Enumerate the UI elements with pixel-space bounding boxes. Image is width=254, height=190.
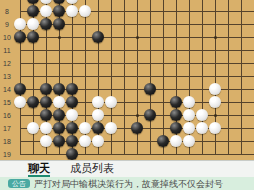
tab-chat[interactable]: 聊天 bbox=[28, 161, 50, 177]
black-stone bbox=[14, 31, 26, 43]
row-coordinate-label: 16 bbox=[0, 112, 14, 119]
announcement-badge: 公告 bbox=[8, 179, 30, 188]
star-point bbox=[214, 114, 217, 117]
row-coordinate-label: 13 bbox=[0, 73, 14, 80]
white-stone bbox=[105, 122, 117, 134]
black-stone bbox=[144, 109, 156, 121]
white-stone bbox=[79, 5, 91, 17]
black-stone bbox=[53, 122, 65, 134]
black-stone bbox=[27, 5, 39, 17]
black-stone bbox=[40, 109, 52, 121]
white-stone bbox=[40, 0, 52, 4]
white-stone bbox=[92, 135, 104, 147]
announcement-bar[interactable]: 公告 严打对局中输棋决策行为，故意掉线不仅会封号 bbox=[0, 177, 254, 190]
white-stone bbox=[196, 109, 208, 121]
row-coordinate-label: 17 bbox=[0, 125, 14, 132]
row-coordinate-label: 9 bbox=[0, 21, 14, 28]
black-stone bbox=[144, 83, 156, 95]
grid-line-horizontal bbox=[20, 154, 254, 155]
grid-line-horizontal bbox=[20, 50, 254, 51]
white-stone bbox=[27, 18, 39, 30]
white-stone bbox=[40, 5, 52, 17]
grid-line-horizontal bbox=[20, 76, 254, 77]
white-stone bbox=[183, 135, 195, 147]
white-stone bbox=[53, 96, 65, 108]
black-stone bbox=[66, 122, 78, 134]
star-point bbox=[136, 36, 139, 39]
star-point bbox=[136, 114, 139, 117]
white-stone bbox=[92, 109, 104, 121]
white-stone bbox=[196, 122, 208, 134]
tab-member-list-label: 成员列表 bbox=[70, 161, 114, 176]
go-board[interactable]: 8910111213141516171819 bbox=[0, 0, 254, 160]
row-coordinate-label: 12 bbox=[0, 60, 14, 67]
grid-line-horizontal bbox=[20, 63, 254, 64]
black-stone bbox=[53, 5, 65, 17]
white-stone bbox=[40, 135, 52, 147]
white-stone bbox=[105, 96, 117, 108]
white-stone bbox=[209, 122, 221, 134]
white-stone bbox=[14, 18, 26, 30]
black-stone bbox=[131, 122, 143, 134]
black-stone bbox=[27, 31, 39, 43]
black-stone bbox=[66, 135, 78, 147]
black-stone bbox=[92, 31, 104, 43]
white-stone bbox=[183, 96, 195, 108]
tab-chat-label: 聊天 bbox=[28, 161, 50, 176]
white-stone bbox=[27, 122, 39, 134]
row-coordinate-label: 18 bbox=[0, 138, 14, 145]
black-stone bbox=[170, 96, 182, 108]
black-stone bbox=[40, 18, 52, 30]
black-stone bbox=[27, 96, 39, 108]
black-stone bbox=[53, 18, 65, 30]
black-stone bbox=[53, 0, 65, 4]
row-coordinate-label: 10 bbox=[0, 34, 14, 41]
white-stone bbox=[183, 122, 195, 134]
black-stone bbox=[66, 148, 78, 160]
row-coordinate-label: 11 bbox=[0, 47, 14, 54]
row-coordinate-label: 15 bbox=[0, 99, 14, 106]
row-coordinate-label: 19 bbox=[0, 151, 14, 158]
white-stone bbox=[66, 5, 78, 17]
black-stone bbox=[40, 96, 52, 108]
black-stone bbox=[27, 0, 39, 4]
white-stone bbox=[79, 135, 91, 147]
tab-member-list[interactable]: 成员列表 bbox=[70, 161, 114, 177]
star-point bbox=[214, 36, 217, 39]
black-stone bbox=[157, 135, 169, 147]
star-point bbox=[58, 36, 61, 39]
black-stone bbox=[14, 83, 26, 95]
black-stone bbox=[53, 83, 65, 95]
tab-bar: 聊天 成员列表 bbox=[0, 160, 254, 177]
white-stone bbox=[66, 0, 78, 4]
white-stone bbox=[209, 83, 221, 95]
black-stone bbox=[66, 83, 78, 95]
white-stone bbox=[92, 96, 104, 108]
black-stone bbox=[53, 135, 65, 147]
go-app-screen: 8910111213141516171819 聊天 成员列表 公告 严打对局中输… bbox=[0, 0, 254, 190]
black-stone bbox=[170, 109, 182, 121]
announcement-text: 严打对局中输棋决策行为，故意掉线不仅会封号 bbox=[34, 179, 223, 189]
white-stone bbox=[14, 96, 26, 108]
row-coordinate-label: 8 bbox=[0, 8, 14, 15]
black-stone bbox=[92, 122, 104, 134]
white-stone bbox=[170, 135, 182, 147]
white-stone bbox=[40, 122, 52, 134]
black-stone bbox=[53, 109, 65, 121]
row-coordinate-label: 14 bbox=[0, 86, 14, 93]
black-stone bbox=[66, 96, 78, 108]
black-stone bbox=[40, 83, 52, 95]
white-stone bbox=[183, 109, 195, 121]
white-stone bbox=[66, 109, 78, 121]
white-stone bbox=[209, 96, 221, 108]
black-stone bbox=[170, 122, 182, 134]
white-stone bbox=[79, 122, 91, 134]
